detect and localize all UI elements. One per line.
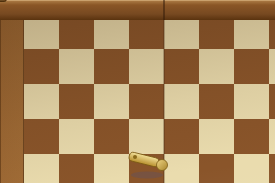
square-d7: [129, 49, 164, 84]
square-h6: [269, 84, 275, 119]
square-h4: [269, 154, 275, 183]
chess-set-photo: ♜♞♝♛♚♝♞♜♟♟♟♟♟♟♟♟♟♟♟♟♟♟♟♟♜♞♝♛♚♝♞♜: [0, 0, 275, 183]
square-b7: [59, 49, 94, 84]
square-b6: [59, 84, 94, 119]
square-g5: [234, 119, 269, 154]
brass-clasp-icon: [122, 146, 176, 180]
square-d6: [129, 84, 164, 119]
square-f4: [199, 154, 234, 183]
square-a6: [24, 84, 59, 119]
square-h5: [269, 119, 275, 154]
square-e7: [164, 49, 199, 84]
square-f5: [199, 119, 234, 154]
box-front-edge: [0, 0, 275, 20]
square-c7: [94, 49, 129, 84]
square-g7: [234, 49, 269, 84]
square-f7: [199, 49, 234, 84]
square-a4: [24, 154, 59, 183]
square-b5: [59, 119, 94, 154]
square-a5: [24, 119, 59, 154]
square-b4: [59, 154, 94, 183]
box-front-seam: [163, 0, 165, 20]
square-f6: [199, 84, 234, 119]
square-c6: [94, 84, 129, 119]
square-e6: [164, 84, 199, 119]
square-g6: [234, 84, 269, 119]
square-h7: [269, 49, 275, 84]
square-g4: [234, 154, 269, 183]
square-a7: [24, 49, 59, 84]
